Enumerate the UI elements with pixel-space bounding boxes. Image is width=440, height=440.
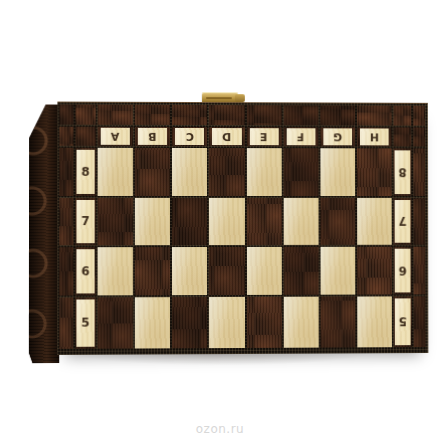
box-top-edge-segment xyxy=(320,105,355,125)
rank-label-right-cell-6: 6 xyxy=(394,247,412,294)
rank-label-right-6: 6 xyxy=(395,249,411,292)
square-e5 xyxy=(246,296,281,347)
box-top-edge-segment xyxy=(76,105,96,125)
letter-row-left-gap xyxy=(76,127,96,146)
letter-row-right-corner xyxy=(413,128,425,147)
square-a7 xyxy=(98,198,133,246)
square-e6 xyxy=(246,247,281,295)
rank-label-right-cell-5: 5 xyxy=(394,296,412,347)
rank-label-left-7: 7 xyxy=(76,200,94,244)
square-e7 xyxy=(246,198,281,245)
file-label-cell-h: H xyxy=(357,127,392,146)
letter-row-right-gap xyxy=(394,128,412,147)
square-b7 xyxy=(135,198,170,246)
square-f8 xyxy=(283,148,318,195)
file-label-cell-a: A xyxy=(98,127,133,146)
file-label-cell-d: D xyxy=(209,127,244,146)
file-label-e: E xyxy=(249,128,278,145)
box-top-edge-segment xyxy=(413,106,425,126)
right-border-rank-7 xyxy=(413,198,425,245)
left-border-rank-5 xyxy=(59,297,73,349)
square-c7 xyxy=(172,198,207,246)
box-top-edge-segment xyxy=(357,106,392,126)
square-h5 xyxy=(357,296,392,347)
box-left-side-face xyxy=(29,104,60,363)
rank-label-left-5: 5 xyxy=(76,299,94,347)
file-label-cell-b: B xyxy=(135,127,170,146)
board-front: ABCDEFGH88776655 xyxy=(57,102,428,355)
box-top-edge-segment xyxy=(98,105,133,125)
square-h7 xyxy=(357,198,392,245)
square-a5 xyxy=(98,297,133,349)
letter-row-left-corner xyxy=(59,127,73,146)
right-border-rank-5 xyxy=(414,296,426,347)
file-label-f: F xyxy=(286,128,315,145)
rank-label-right-8: 8 xyxy=(395,150,411,193)
square-a8 xyxy=(98,148,133,196)
box-top-edge-segment xyxy=(393,106,411,126)
rank-label-right-cell-7: 7 xyxy=(394,198,412,245)
square-f7 xyxy=(283,198,318,245)
square-h6 xyxy=(357,247,392,294)
rank-label-left-8: 8 xyxy=(77,150,95,194)
rank-label-left-6: 6 xyxy=(76,249,94,293)
file-label-cell-c: C xyxy=(172,127,207,146)
box-top-edge-segment xyxy=(283,105,318,125)
watermark: ozon.ru xyxy=(196,422,244,436)
rank-label-left-cell-7: 7 xyxy=(75,198,95,246)
square-c5 xyxy=(172,297,207,349)
square-c6 xyxy=(172,247,207,295)
file-label-a: A xyxy=(101,128,130,145)
square-h8 xyxy=(357,148,392,195)
right-border-rank-8 xyxy=(413,148,425,195)
square-g5 xyxy=(320,296,355,347)
left-border-rank-8 xyxy=(59,148,73,196)
file-label-b: B xyxy=(138,128,167,145)
file-label-cell-f: F xyxy=(283,127,318,146)
file-label-c: C xyxy=(175,128,204,145)
square-f5 xyxy=(283,296,318,347)
left-border-rank-6 xyxy=(59,247,73,295)
square-e8 xyxy=(246,148,281,195)
rank-label-left-cell-6: 6 xyxy=(75,247,95,295)
square-g6 xyxy=(320,247,355,294)
square-b5 xyxy=(135,297,170,349)
box-top-edge-segment xyxy=(209,105,244,125)
file-label-cell-g: G xyxy=(320,127,355,146)
square-b8 xyxy=(135,148,170,196)
rank-label-right-7: 7 xyxy=(395,200,411,243)
square-f6 xyxy=(283,247,318,295)
box-top-edge-segment xyxy=(246,105,281,125)
square-c8 xyxy=(172,148,207,196)
square-b6 xyxy=(135,247,170,295)
rank-label-right-cell-8: 8 xyxy=(394,148,412,195)
left-border-rank-7 xyxy=(59,198,73,246)
box-top-edge-segment xyxy=(59,105,73,125)
rank-label-left-cell-8: 8 xyxy=(75,148,95,196)
file-label-g: G xyxy=(323,128,352,145)
chess-box: ABCDEFGH88776655 xyxy=(29,101,429,355)
box-top-edge-segment xyxy=(135,105,170,125)
file-label-h: H xyxy=(360,128,389,145)
square-g7 xyxy=(320,198,355,245)
square-d6 xyxy=(209,247,244,295)
square-g8 xyxy=(320,148,355,195)
rank-label-left-cell-5: 5 xyxy=(75,297,95,349)
rank-label-right-5: 5 xyxy=(395,298,411,345)
file-label-cell-e: E xyxy=(246,127,281,146)
square-d7 xyxy=(209,198,244,246)
file-label-d: D xyxy=(212,128,241,145)
square-a6 xyxy=(98,247,133,295)
square-d5 xyxy=(209,297,244,349)
box-top-edge-segment xyxy=(172,105,207,125)
product-photo: ABCDEFGH88776655 ozon.ru xyxy=(0,0,440,440)
right-border-rank-6 xyxy=(413,247,425,294)
square-d8 xyxy=(209,148,244,196)
